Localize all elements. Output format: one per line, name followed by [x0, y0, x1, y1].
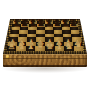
chess-board-squares: ♜♞♝♛♚♝♞♜♟♟♟♟♟♟♟♟♟♟♟♟♟♟♟♟♜♞♝♛♚♝♞♜ — [3, 21, 87, 51]
box-bottom-edge — [3, 65, 87, 67]
chess-box — [3, 54, 87, 67]
square-a1: ♜ — [7, 46, 17, 51]
square-f1: ♝ — [55, 46, 65, 51]
square-c1: ♝ — [26, 46, 36, 51]
square-h1: ♜ — [74, 46, 84, 51]
chess-set: ♜♞♝♛♚♝♞♜♟♟♟♟♟♟♟♟♟♟♟♟♟♟♟♟♜♞♝♛♚♝♞♜ — [3, 19, 87, 67]
board-row-rank-1: ♜♞♝♛♚♝♞♜ — [7, 46, 83, 51]
box-lid-seam — [3, 58, 87, 59]
square-g1: ♞ — [64, 46, 74, 51]
chess-board: ♜♞♝♛♚♝♞♜♟♟♟♟♟♟♟♟♟♟♟♟♟♟♟♟♜♞♝♛♚♝♞♜ — [3, 19, 87, 54]
square-d1: ♛ — [35, 46, 45, 51]
product-photo: ♜♞♝♛♚♝♞♜♟♟♟♟♟♟♟♟♟♟♟♟♟♟♟♟♜♞♝♛♚♝♞♜ — [0, 0, 90, 90]
square-b1: ♞ — [16, 46, 26, 51]
square-e1: ♚ — [45, 46, 55, 51]
piece-black-r-h8: ♜ — [68, 13, 78, 24]
